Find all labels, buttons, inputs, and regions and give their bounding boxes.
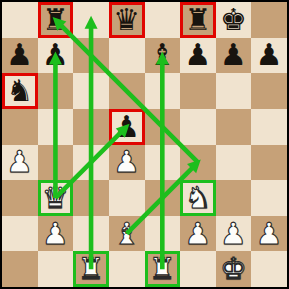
square-d6[interactable] xyxy=(109,73,145,109)
square-c8[interactable] xyxy=(73,2,109,38)
square-a8[interactable] xyxy=(2,2,38,38)
piece-black-pawn-g7: ♟ xyxy=(216,38,252,74)
square-f4[interactable] xyxy=(180,145,216,181)
square-e3[interactable] xyxy=(145,180,181,216)
piece-white-knight-f3: ♞ xyxy=(180,180,216,216)
square-g5[interactable] xyxy=(216,109,252,145)
square-a4[interactable]: ♟ xyxy=(2,145,38,181)
square-f1[interactable] xyxy=(180,251,216,287)
piece-black-pawn-f7: ♟ xyxy=(180,38,216,74)
piece-black-pawn-a7: ♟ xyxy=(2,38,38,74)
square-d4[interactable]: ♟ xyxy=(109,145,145,181)
square-b1[interactable] xyxy=(38,251,74,287)
square-f5[interactable] xyxy=(180,109,216,145)
square-h6[interactable] xyxy=(251,73,287,109)
piece-white-king-g1: ♚ xyxy=(216,251,252,287)
square-h4[interactable] xyxy=(251,145,287,181)
square-e6[interactable] xyxy=(145,73,181,109)
square-b4[interactable] xyxy=(38,145,74,181)
square-g6[interactable] xyxy=(216,73,252,109)
square-a1[interactable] xyxy=(2,251,38,287)
square-g2[interactable]: ♟ xyxy=(216,216,252,252)
square-g7[interactable]: ♟ xyxy=(216,38,252,74)
square-h8[interactable] xyxy=(251,2,287,38)
piece-white-pawn-d4: ♟ xyxy=(109,145,145,181)
square-h1[interactable] xyxy=(251,251,287,287)
square-e5[interactable] xyxy=(145,109,181,145)
square-d1[interactable] xyxy=(109,251,145,287)
piece-white-pawn-h2: ♟ xyxy=(251,216,287,252)
square-f6[interactable] xyxy=(180,73,216,109)
piece-black-pawn-d5: ♟ xyxy=(109,109,145,145)
piece-white-pawn-a4: ♟ xyxy=(2,145,38,181)
square-h7[interactable]: ♟ xyxy=(251,38,287,74)
square-g1[interactable]: ♚ xyxy=(216,251,252,287)
piece-black-pawn-b7: ♟ xyxy=(38,38,74,74)
square-a3[interactable] xyxy=(2,180,38,216)
square-a7[interactable]: ♟ xyxy=(2,38,38,74)
square-b2[interactable]: ♟ xyxy=(38,216,74,252)
square-f3[interactable]: ♞ xyxy=(180,180,216,216)
square-f2[interactable]: ♟ xyxy=(180,216,216,252)
square-e2[interactable] xyxy=(145,216,181,252)
square-d7[interactable] xyxy=(109,38,145,74)
chess-board: ♜♛♜♚♟♟♝♟♟♟♞♟♟♟♛♞♟♝♟♟♟♜♜♚ xyxy=(2,2,287,287)
square-c1[interactable]: ♜ xyxy=(73,251,109,287)
square-c3[interactable] xyxy=(73,180,109,216)
square-a5[interactable] xyxy=(2,109,38,145)
square-g8[interactable]: ♚ xyxy=(216,2,252,38)
square-f7[interactable]: ♟ xyxy=(180,38,216,74)
square-e1[interactable]: ♜ xyxy=(145,251,181,287)
piece-black-knight-a6: ♞ xyxy=(2,73,38,109)
piece-black-rook-f8: ♜ xyxy=(180,2,216,38)
square-d8[interactable]: ♛ xyxy=(109,2,145,38)
square-e8[interactable] xyxy=(145,2,181,38)
piece-white-pawn-b2: ♟ xyxy=(38,216,74,252)
square-g4[interactable] xyxy=(216,145,252,181)
piece-black-queen-d8: ♛ xyxy=(109,2,145,38)
piece-white-pawn-f2: ♟ xyxy=(180,216,216,252)
square-a2[interactable] xyxy=(2,216,38,252)
square-b6[interactable] xyxy=(38,73,74,109)
piece-black-pawn-h7: ♟ xyxy=(251,38,287,74)
square-e4[interactable] xyxy=(145,145,181,181)
piece-white-pawn-g2: ♟ xyxy=(216,216,252,252)
piece-black-rook-b8: ♜ xyxy=(38,2,74,38)
square-b8[interactable]: ♜ xyxy=(38,2,74,38)
square-g3[interactable] xyxy=(216,180,252,216)
square-e7[interactable]: ♝ xyxy=(145,38,181,74)
square-b3[interactable]: ♛ xyxy=(38,180,74,216)
square-f8[interactable]: ♜ xyxy=(180,2,216,38)
piece-white-rook-c1: ♜ xyxy=(73,251,109,287)
square-a6[interactable]: ♞ xyxy=(2,73,38,109)
square-c6[interactable] xyxy=(73,73,109,109)
piece-black-bishop-e7: ♝ xyxy=(145,38,181,74)
square-c7[interactable] xyxy=(73,38,109,74)
square-d2[interactable]: ♝ xyxy=(109,216,145,252)
square-h3[interactable] xyxy=(251,180,287,216)
square-c5[interactable] xyxy=(73,109,109,145)
square-b5[interactable] xyxy=(38,109,74,145)
square-c4[interactable] xyxy=(73,145,109,181)
square-h5[interactable] xyxy=(251,109,287,145)
square-h2[interactable]: ♟ xyxy=(251,216,287,252)
piece-white-rook-e1: ♜ xyxy=(145,251,181,287)
square-c2[interactable] xyxy=(73,216,109,252)
piece-white-bishop-d2: ♝ xyxy=(109,216,145,252)
piece-black-king-g8: ♚ xyxy=(216,2,252,38)
square-d5[interactable]: ♟ xyxy=(109,109,145,145)
square-d3[interactable] xyxy=(109,180,145,216)
piece-white-queen-b3: ♛ xyxy=(38,180,74,216)
square-b7[interactable]: ♟ xyxy=(38,38,74,74)
chess-board-frame: ♜♛♜♚♟♟♝♟♟♟♞♟♟♟♛♞♟♝♟♟♟♜♜♚ xyxy=(0,0,289,289)
